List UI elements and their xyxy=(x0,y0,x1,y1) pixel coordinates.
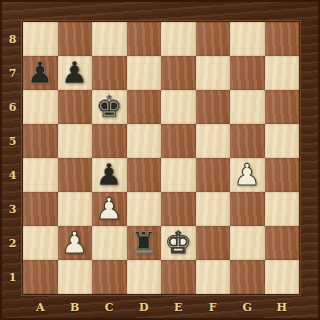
square-e2[interactable]: ♚ xyxy=(161,226,196,260)
square-c8[interactable] xyxy=(92,22,127,56)
square-e6[interactable] xyxy=(161,90,196,124)
square-g6[interactable] xyxy=(230,90,265,124)
square-f8[interactable] xyxy=(196,22,231,56)
square-e4[interactable] xyxy=(161,158,196,192)
white-pawn[interactable]: ♟ xyxy=(61,226,88,260)
square-c5[interactable] xyxy=(92,124,127,158)
white-pawn[interactable]: ♟ xyxy=(96,192,123,226)
square-c1[interactable] xyxy=(92,260,127,294)
black-pawn[interactable]: ♟ xyxy=(61,56,88,90)
square-f6[interactable] xyxy=(196,90,231,124)
square-a5[interactable] xyxy=(23,124,58,158)
square-d8[interactable] xyxy=(127,22,162,56)
square-b6[interactable] xyxy=(58,90,93,124)
square-a4[interactable] xyxy=(23,158,58,192)
square-a7[interactable]: ♟ xyxy=(23,56,58,90)
file-label-h: H xyxy=(277,301,287,314)
rank-label-5: 5 xyxy=(9,135,17,148)
file-label-e: E xyxy=(174,301,182,314)
rank-label-7: 7 xyxy=(9,67,17,80)
square-e8[interactable] xyxy=(161,22,196,56)
square-f7[interactable] xyxy=(196,56,231,90)
square-f3[interactable] xyxy=(196,192,231,226)
black-rook[interactable]: ♜ xyxy=(130,226,157,260)
black-pawn[interactable]: ♟ xyxy=(27,56,54,90)
square-g5[interactable] xyxy=(230,124,265,158)
square-a8[interactable] xyxy=(23,22,58,56)
square-f5[interactable] xyxy=(196,124,231,158)
square-e1[interactable] xyxy=(161,260,196,294)
square-h2[interactable] xyxy=(265,226,300,260)
file-label-a: A xyxy=(36,301,45,314)
white-king[interactable]: ♚ xyxy=(165,226,192,260)
square-d4[interactable] xyxy=(127,158,162,192)
file-label-b: B xyxy=(70,301,79,314)
square-d7[interactable] xyxy=(127,56,162,90)
chess-board: ♟♟♚♟♟♟♟♜♚ xyxy=(23,22,299,294)
file-label-d: D xyxy=(139,301,149,314)
square-g8[interactable] xyxy=(230,22,265,56)
square-a2[interactable] xyxy=(23,226,58,260)
square-f2[interactable] xyxy=(196,226,231,260)
square-h8[interactable] xyxy=(265,22,300,56)
square-h4[interactable] xyxy=(265,158,300,192)
square-g4[interactable]: ♟ xyxy=(230,158,265,192)
square-d1[interactable] xyxy=(127,260,162,294)
square-e7[interactable] xyxy=(161,56,196,90)
square-g2[interactable] xyxy=(230,226,265,260)
square-h7[interactable] xyxy=(265,56,300,90)
square-f1[interactable] xyxy=(196,260,231,294)
square-g1[interactable] xyxy=(230,260,265,294)
square-b2[interactable]: ♟ xyxy=(58,226,93,260)
white-pawn[interactable]: ♟ xyxy=(234,158,261,192)
square-c6[interactable]: ♚ xyxy=(92,90,127,124)
square-d2[interactable]: ♜ xyxy=(127,226,162,260)
file-label-f: F xyxy=(209,301,217,314)
black-king[interactable]: ♚ xyxy=(96,90,123,124)
square-b5[interactable] xyxy=(58,124,93,158)
square-c3[interactable]: ♟ xyxy=(92,192,127,226)
square-c4[interactable]: ♟ xyxy=(92,158,127,192)
rank-label-2: 2 xyxy=(9,237,17,250)
square-b1[interactable] xyxy=(58,260,93,294)
square-b3[interactable] xyxy=(58,192,93,226)
file-labels: ABCDEFGH xyxy=(23,294,299,320)
square-h6[interactable] xyxy=(265,90,300,124)
square-d5[interactable] xyxy=(127,124,162,158)
file-label-g: G xyxy=(243,301,252,314)
square-e3[interactable] xyxy=(161,192,196,226)
rank-label-6: 6 xyxy=(9,101,17,114)
square-a6[interactable] xyxy=(23,90,58,124)
square-a1[interactable] xyxy=(23,260,58,294)
rank-label-8: 8 xyxy=(9,33,17,46)
square-h3[interactable] xyxy=(265,192,300,226)
square-g7[interactable] xyxy=(230,56,265,90)
square-b8[interactable] xyxy=(58,22,93,56)
square-c2[interactable] xyxy=(92,226,127,260)
rank-label-4: 4 xyxy=(9,169,17,182)
rank-label-3: 3 xyxy=(9,203,17,216)
chess-diagram: 87654321 ♟♟♚♟♟♟♟♜♚ ABCDEFGH xyxy=(0,0,320,320)
square-e5[interactable] xyxy=(161,124,196,158)
rank-labels: 87654321 xyxy=(2,22,23,294)
square-g3[interactable] xyxy=(230,192,265,226)
square-a3[interactable] xyxy=(23,192,58,226)
square-b4[interactable] xyxy=(58,158,93,192)
file-label-c: C xyxy=(105,301,114,314)
square-h5[interactable] xyxy=(265,124,300,158)
square-d3[interactable] xyxy=(127,192,162,226)
square-c7[interactable] xyxy=(92,56,127,90)
square-b7[interactable]: ♟ xyxy=(58,56,93,90)
black-pawn[interactable]: ♟ xyxy=(96,158,123,192)
square-h1[interactable] xyxy=(265,260,300,294)
rank-label-1: 1 xyxy=(9,271,17,284)
square-d6[interactable] xyxy=(127,90,162,124)
square-f4[interactable] xyxy=(196,158,231,192)
